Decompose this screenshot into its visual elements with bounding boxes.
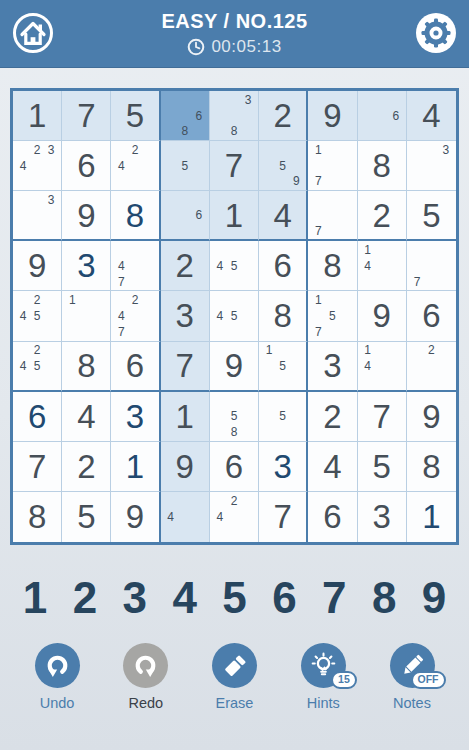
pencil-mark: [424, 158, 438, 174]
pencil-mark: 2: [30, 142, 44, 158]
pencil-mark: [325, 208, 339, 223]
pencil-mark: 6: [389, 108, 403, 124]
pencil-mark: [241, 108, 255, 124]
cell-r7c5[interactable]: 58: [210, 392, 259, 442]
given-digit: 2: [77, 450, 95, 483]
pencil-mark: [325, 324, 339, 340]
pencil-mark: [142, 242, 156, 258]
pencil-mark: 5: [276, 358, 290, 373]
cell-r4c2[interactable]: 3: [62, 241, 111, 291]
cell-r5c3[interactable]: 247: [111, 291, 160, 341]
pencil-marks: 47: [114, 242, 155, 289]
pencil-marks: 68: [164, 92, 206, 139]
pencil-mark: [164, 208, 178, 223]
pencil-mark: 2: [424, 343, 438, 358]
cell-r5c4[interactable]: 3: [161, 291, 210, 341]
given-digit: 4: [323, 450, 341, 483]
cell-r4c8[interactable]: 14: [358, 241, 407, 291]
pencil-mark: [389, 373, 403, 388]
pencil-mark: [213, 393, 227, 409]
pencil-mark: [114, 174, 128, 190]
pencil-mark: 3: [439, 142, 453, 158]
pencil-mark: [241, 424, 255, 440]
pencil-marks: 7: [410, 242, 453, 289]
pencil-mark: [30, 174, 44, 190]
pencil-mark: [164, 123, 178, 139]
pencil-mark: [227, 292, 241, 308]
pencil-mark: [241, 274, 255, 290]
cell-r8c1[interactable]: 7: [13, 442, 62, 492]
given-digit: 8: [274, 299, 292, 332]
pencil-mark: [375, 258, 389, 274]
pencil-mark: [389, 358, 403, 373]
pencil-mark: [192, 493, 206, 509]
home-button[interactable]: [10, 11, 56, 57]
undo-icon: [44, 652, 71, 679]
cell-r7c9[interactable]: 9: [407, 392, 456, 442]
given-digit: 6: [323, 500, 341, 533]
pencil-mark: 8: [178, 123, 192, 139]
pencil-mark: [276, 393, 290, 409]
cell-r6c3[interactable]: 6: [111, 342, 160, 392]
redo-label: Redo: [128, 695, 163, 711]
pencil-mark: [192, 158, 206, 174]
pencil-mark: 5: [30, 358, 44, 373]
cell-r9c3[interactable]: 9: [111, 492, 160, 542]
numpad-9[interactable]: 9: [412, 573, 456, 623]
cell-r9c5[interactable]: 24: [210, 492, 259, 542]
cell-r9c6[interactable]: 7: [259, 492, 308, 542]
cell-r6c4[interactable]: 7: [161, 342, 210, 392]
pencil-mark: [142, 292, 156, 308]
pencil-mark: [16, 292, 30, 308]
pencil-mark: [30, 373, 44, 388]
cell-r4c7[interactable]: 8: [308, 241, 357, 291]
pencil-mark: [262, 424, 276, 440]
pencil-mark: [311, 308, 325, 324]
pencil-mark: [410, 343, 424, 358]
pencil-mark: [241, 308, 255, 324]
numpad-5[interactable]: 5: [213, 573, 257, 623]
pencil-mark: [439, 343, 453, 358]
pencil-mark: [361, 92, 375, 108]
pencil-mark: 7: [311, 174, 325, 190]
pencil-mark: 7: [114, 324, 128, 340]
cell-r6c2[interactable]: 8: [62, 342, 111, 392]
given-digit: 9: [126, 500, 144, 533]
pencil-mark: 4: [16, 158, 30, 174]
pencil-mark: 5: [227, 408, 241, 424]
cell-r1c5[interactable]: 38: [210, 91, 259, 141]
given-digit: 6: [77, 149, 95, 182]
cell-r5c7[interactable]: 157: [308, 291, 357, 341]
erase-circle: [212, 643, 257, 688]
hints-button[interactable]: 15 Hints: [284, 643, 362, 711]
cell-r8c5[interactable]: 6: [210, 442, 259, 492]
cell-r2c2[interactable]: 6: [62, 141, 111, 191]
cell-r9c2[interactable]: 5: [62, 492, 111, 542]
sudoku-board: 1756838296423462457591783398614725934724…: [10, 88, 459, 545]
cell-r5c5[interactable]: 45: [210, 291, 259, 341]
cell-r5c2[interactable]: 1: [62, 291, 111, 341]
pencil-mark: 4: [213, 308, 227, 324]
pencil-mark: [325, 292, 339, 308]
pencil-mark: [241, 509, 255, 525]
pencil-marks: 45: [213, 242, 255, 289]
cell-r1c3[interactable]: 5: [111, 91, 160, 141]
pencil-mark: 7: [410, 274, 424, 290]
pencil-mark: [178, 208, 192, 223]
cell-r4c9[interactable]: 7: [407, 241, 456, 291]
pencil-marks: 14: [361, 343, 403, 389]
given-digit: 9: [323, 99, 341, 132]
cell-r9c4[interactable]: 4: [161, 492, 210, 542]
settings-button[interactable]: [413, 11, 459, 57]
pencil-mark: 1: [311, 142, 325, 158]
pencil-mark: [325, 223, 339, 238]
cell-r7c2[interactable]: 4: [62, 392, 111, 442]
cell-r7c1[interactable]: 6: [13, 392, 62, 442]
pencil-mark: [164, 525, 178, 541]
cell-r3c6[interactable]: 4: [259, 191, 308, 241]
cell-r8c9[interactable]: 8: [407, 442, 456, 492]
pencil-mark: [65, 308, 79, 324]
cell-r6c5[interactable]: 9: [210, 342, 259, 392]
cell-r6c9[interactable]: 2: [407, 342, 456, 392]
cell-r2c7[interactable]: 17: [308, 141, 357, 191]
cell-r4c4[interactable]: 2: [161, 241, 210, 291]
pencil-marks: 6: [164, 192, 206, 238]
cell-r2c1[interactable]: 234: [13, 141, 62, 191]
pencil-marks: 247: [114, 292, 155, 339]
cell-r1c7[interactable]: 9: [308, 91, 357, 141]
cell-r3c5[interactable]: 1: [210, 191, 259, 241]
pencil-mark: [178, 108, 192, 124]
cell-r8c3[interactable]: 1: [111, 442, 160, 492]
given-digit: 5: [422, 199, 440, 232]
pencil-mark: [410, 358, 424, 373]
given-digit: 9: [176, 450, 194, 483]
given-digit: 4: [274, 199, 292, 232]
cell-r6c8[interactable]: 14: [358, 342, 407, 392]
cell-r5c6[interactable]: 8: [259, 291, 308, 341]
pencil-mark: [241, 324, 255, 340]
pencil-mark: [16, 223, 30, 238]
pencil-mark: [213, 324, 227, 340]
cell-r2c6[interactable]: 59: [259, 141, 308, 191]
pencil-marks: 3: [16, 192, 58, 238]
cell-r6c6[interactable]: 15: [259, 342, 308, 392]
pencil-mark: [339, 192, 353, 207]
cell-r3c9[interactable]: 5: [407, 191, 456, 241]
pencil-mark: [439, 158, 453, 174]
pencil-mark: [375, 274, 389, 290]
cell-r8c2[interactable]: 2: [62, 442, 111, 492]
pencil-mark: [79, 308, 93, 324]
pencil-mark: [128, 242, 142, 258]
given-digit: 4: [77, 400, 95, 433]
pencil-mark: [424, 258, 438, 274]
numpad-6[interactable]: 6: [262, 573, 306, 623]
cell-r8c6[interactable]: 3: [259, 442, 308, 492]
pencil-marks: 59: [262, 142, 303, 189]
pencil-mark: [290, 373, 304, 388]
cell-r5c8[interactable]: 9: [358, 291, 407, 341]
pencil-mark: [16, 324, 30, 340]
given-digit: 5: [77, 500, 95, 533]
numpad-4[interactable]: 4: [163, 573, 207, 623]
pencil-mark: [227, 274, 241, 290]
given-digit: 5: [126, 99, 144, 132]
pencil-mark: 3: [44, 142, 58, 158]
cell-r9c8[interactable]: 3: [358, 492, 407, 542]
pencil-mark: [178, 142, 192, 158]
cell-r1c1[interactable]: 1: [13, 91, 62, 141]
pencil-mark: [290, 424, 304, 440]
pencil-mark: 1: [311, 292, 325, 308]
pencil-mark: 7: [311, 324, 325, 340]
pencil-mark: [311, 158, 325, 174]
pencil-mark: 8: [227, 123, 241, 139]
cell-r3c4[interactable]: 6: [161, 191, 210, 241]
pencil-mark: [325, 158, 339, 174]
undo-button[interactable]: Undo: [18, 643, 96, 711]
pencil-mark: [290, 408, 304, 424]
number-pad: 123456789: [0, 567, 469, 629]
pencil-mark: [339, 142, 353, 158]
pencil-mark: 7: [311, 223, 325, 238]
cell-r4c6[interactable]: 6: [259, 241, 308, 291]
cell-r9c7[interactable]: 6: [308, 492, 357, 542]
pencil-mark: [142, 174, 156, 190]
pencil-marks: 24: [114, 142, 155, 189]
cell-r1c2[interactable]: 7: [62, 91, 111, 141]
cell-r4c5[interactable]: 45: [210, 241, 259, 291]
pencil-mark: 5: [276, 408, 290, 424]
pencil-mark: 6: [192, 108, 206, 124]
pencil-mark: [93, 292, 107, 308]
cell-r6c1[interactable]: 245: [13, 342, 62, 392]
pencil-mark: [424, 373, 438, 388]
hints-label: Hints: [307, 695, 340, 711]
pencil-marks: 245: [16, 292, 58, 339]
numpad-8[interactable]: 8: [362, 573, 406, 623]
pencil-mark: [339, 158, 353, 174]
cell-r1c6[interactable]: 2: [259, 91, 308, 141]
pencil-mark: [424, 242, 438, 258]
pencil-mark: [311, 208, 325, 223]
pencil-mark: [192, 142, 206, 158]
timer-value: 00:05:13: [211, 37, 281, 57]
pencil-mark: [30, 223, 44, 238]
pencil-mark: [30, 208, 44, 223]
given-digit: 6: [274, 249, 292, 282]
given-digit: 7: [372, 400, 390, 433]
cell-r6c7[interactable]: 3: [308, 342, 357, 392]
numpad-3[interactable]: 3: [113, 573, 157, 623]
pencil-mark: [178, 192, 192, 207]
cell-r4c1[interactable]: 9: [13, 241, 62, 291]
given-digit: 8: [422, 450, 440, 483]
pencil-mark: [361, 274, 375, 290]
pencil-mark: [142, 142, 156, 158]
pencil-mark: [262, 174, 276, 190]
pencil-mark: 2: [30, 292, 44, 308]
pencil-mark: [178, 493, 192, 509]
eraser-icon: [221, 652, 248, 679]
numpad-1[interactable]: 1: [13, 573, 57, 623]
pencil-marks: 157: [311, 292, 353, 339]
pencil-mark: 5: [276, 158, 290, 174]
pencil-mark: [178, 174, 192, 190]
pencil-mark: [30, 324, 44, 340]
pencil-mark: [192, 525, 206, 541]
cell-r9c9[interactable]: 1: [407, 492, 456, 542]
cell-r2c5[interactable]: 7: [210, 141, 259, 191]
pencil-mark: [241, 292, 255, 308]
cell-r3c3[interactable]: 8: [111, 191, 160, 241]
user-digit: 1: [422, 500, 440, 533]
pencil-mark: [439, 242, 453, 258]
pencil-marks: 5: [262, 393, 303, 440]
undo-label: Undo: [40, 695, 75, 711]
given-digit: 7: [77, 99, 95, 132]
pencil-mark: [79, 292, 93, 308]
pencil-mark: [114, 292, 128, 308]
redo-button[interactable]: Redo: [107, 643, 185, 711]
notes-button[interactable]: OFF Notes: [373, 643, 451, 711]
erase-label: Erase: [216, 695, 254, 711]
pencil-mark: [128, 308, 142, 324]
given-digit: 9: [28, 249, 46, 282]
pencil-mark: [410, 174, 424, 190]
cell-r1c9[interactable]: 4: [407, 91, 456, 141]
cell-r7c8[interactable]: 7: [358, 392, 407, 442]
pencil-mark: [227, 92, 241, 108]
cell-r2c3[interactable]: 24: [111, 141, 160, 191]
pencil-mark: [114, 142, 128, 158]
cell-r9c1[interactable]: 8: [13, 492, 62, 542]
cell-r7c6[interactable]: 5: [259, 392, 308, 442]
pencil-mark: [16, 142, 30, 158]
cell-r5c1[interactable]: 245: [13, 291, 62, 341]
given-digit: 9: [372, 299, 390, 332]
pencil-mark: [389, 258, 403, 274]
given-digit: 3: [323, 349, 341, 382]
pencil-mark: [361, 108, 375, 124]
pencil-mark: [44, 208, 58, 223]
timer: 00:05:13: [56, 37, 413, 57]
cell-r8c8[interactable]: 5: [358, 442, 407, 492]
numpad-7[interactable]: 7: [312, 573, 356, 623]
pencil-mark: [213, 424, 227, 440]
numpad-2[interactable]: 2: [63, 573, 107, 623]
pencil-mark: [276, 142, 290, 158]
pencil-mark: 4: [213, 509, 227, 525]
pencil-marks: 5: [164, 142, 206, 189]
cell-r2c4[interactable]: 5: [161, 141, 210, 191]
pencil-mark: [290, 142, 304, 158]
pencil-mark: 3: [44, 192, 58, 207]
given-digit: 9: [77, 199, 95, 232]
pencil-mark: 5: [30, 308, 44, 324]
given-digit: 9: [225, 349, 243, 382]
given-digit: 3: [372, 500, 390, 533]
given-digit: 7: [28, 450, 46, 483]
cell-r7c3[interactable]: 3: [111, 392, 160, 442]
given-digit: 4: [422, 99, 440, 132]
pencil-mark: [375, 108, 389, 124]
cell-r3c1[interactable]: 3: [13, 191, 62, 241]
cell-r7c7[interactable]: 2: [308, 392, 357, 442]
pencil-mark: 4: [164, 509, 178, 525]
cell-r8c7[interactable]: 4: [308, 442, 357, 492]
pencil-mark: [128, 174, 142, 190]
pencil-mark: [241, 408, 255, 424]
cell-r8c4[interactable]: 9: [161, 442, 210, 492]
pencil-mark: 7: [114, 274, 128, 290]
pencil-mark: [389, 343, 403, 358]
redo-circle: [123, 643, 168, 688]
pencil-mark: 4: [361, 358, 375, 373]
cell-r4c3[interactable]: 47: [111, 241, 160, 291]
pencil-mark: 9: [290, 174, 304, 190]
pencil-mark: [44, 373, 58, 388]
given-digit: 2: [176, 249, 194, 282]
pencil-mark: [16, 208, 30, 223]
pencil-mark: [424, 174, 438, 190]
pencil-marks: 4: [164, 493, 206, 541]
cell-r5c9[interactable]: 6: [407, 291, 456, 341]
pencil-mark: 4: [114, 308, 128, 324]
pencil-mark: [375, 343, 389, 358]
pencil-mark: [424, 142, 438, 158]
pencil-marks: 58: [213, 393, 255, 440]
pencil-mark: [276, 343, 290, 358]
pencil-mark: [227, 108, 241, 124]
pencil-mark: [65, 324, 79, 340]
pencil-mark: [178, 223, 192, 238]
cell-r7c4[interactable]: 1: [161, 392, 210, 442]
cell-r2c9[interactable]: 3: [407, 141, 456, 191]
erase-button[interactable]: Erase: [196, 643, 274, 711]
pencil-mark: 4: [16, 308, 30, 324]
notes-off-badge: OFF: [411, 671, 446, 689]
given-digit: 7: [274, 500, 292, 533]
pencil-marks: 38: [213, 92, 255, 139]
pencil-mark: [16, 174, 30, 190]
pencil-mark: [262, 142, 276, 158]
given-digit: 2: [274, 99, 292, 132]
pencil-mark: [439, 373, 453, 388]
pencil-mark: [213, 525, 227, 541]
pencil-mark: 5: [227, 258, 241, 274]
pencil-mark: [339, 324, 353, 340]
cell-r3c8[interactable]: 2: [358, 191, 407, 241]
pencil-mark: [142, 274, 156, 290]
cell-r2c8[interactable]: 8: [358, 141, 407, 191]
pencil-mark: [213, 92, 227, 108]
cell-r1c8[interactable]: 6: [358, 91, 407, 141]
cell-r1c4[interactable]: 68: [161, 91, 210, 141]
pencil-mark: [361, 123, 375, 139]
cell-r3c2[interactable]: 9: [62, 191, 111, 241]
pencil-mark: [44, 308, 58, 324]
pencil-mark: [178, 509, 192, 525]
given-digit: 9: [422, 400, 440, 433]
cell-r3c7[interactable]: 7: [308, 191, 357, 241]
pencil-mark: [339, 292, 353, 308]
